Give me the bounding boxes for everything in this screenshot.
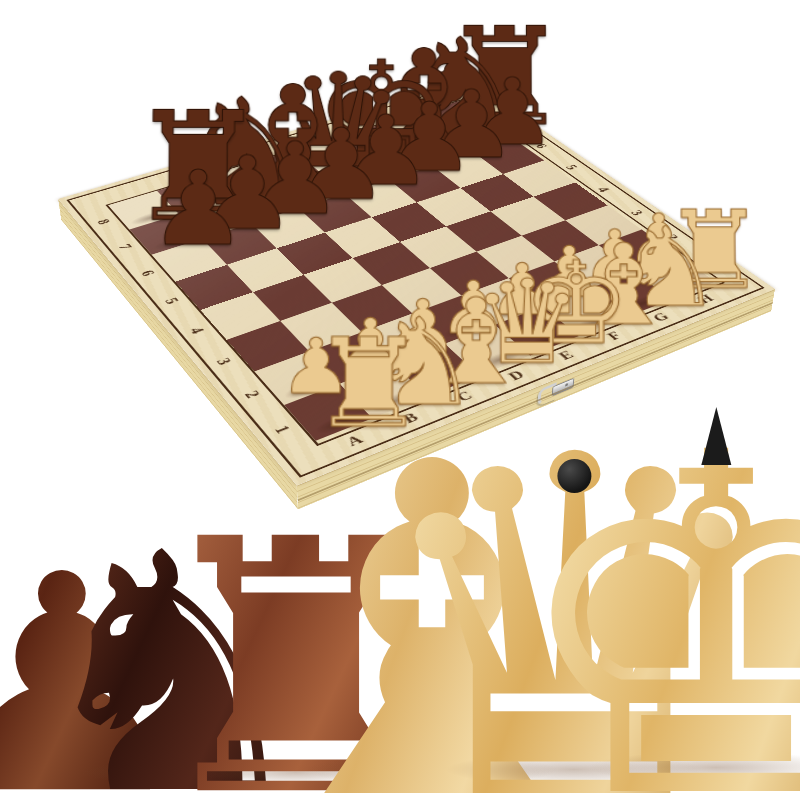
coordinate-label-8: 8 — [73, 208, 134, 236]
showcase-light-king: ♚ — [505, 394, 800, 800]
light-king-glyph: ♚ — [505, 394, 800, 800]
piece-showcase-row: ♟♞♜♝♛♚ — [0, 380, 800, 800]
black-spike-finial-icon — [701, 407, 731, 465]
chess-set-product-photo: 87654321 87654321 ABCDEFGH ♜♞♝♛♚♝♞♜♟♟♟♟♟… — [0, 0, 800, 800]
square-e5 — [372, 202, 446, 242]
